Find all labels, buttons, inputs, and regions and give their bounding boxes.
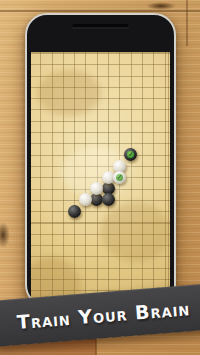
last-move-marker-icon: ✓ — [127, 151, 134, 158]
stone-black — [102, 193, 115, 206]
wood-knot — [0, 222, 10, 248]
wood-plank-seam — [186, 0, 188, 46]
board-stain — [37, 70, 101, 116]
tagline-text: Train your brain — [16, 297, 191, 333]
board-stain — [101, 202, 170, 262]
wood-knot — [146, 2, 176, 10]
speaker-grille — [72, 24, 129, 28]
phone-mockup: ✓✓ — [25, 13, 176, 307]
stone-black: ✓ — [124, 148, 137, 161]
stone-black — [68, 205, 81, 218]
stone-white: ✓ — [113, 171, 126, 184]
screenshot-root: ✓✓ Train your brain — [0, 0, 200, 355]
stone-white — [90, 182, 103, 195]
game-board[interactable]: ✓✓ — [31, 52, 170, 302]
stone-white — [79, 193, 92, 206]
wood-plank-seam — [0, 10, 200, 12]
last-move-marker-icon: ✓ — [116, 174, 123, 181]
